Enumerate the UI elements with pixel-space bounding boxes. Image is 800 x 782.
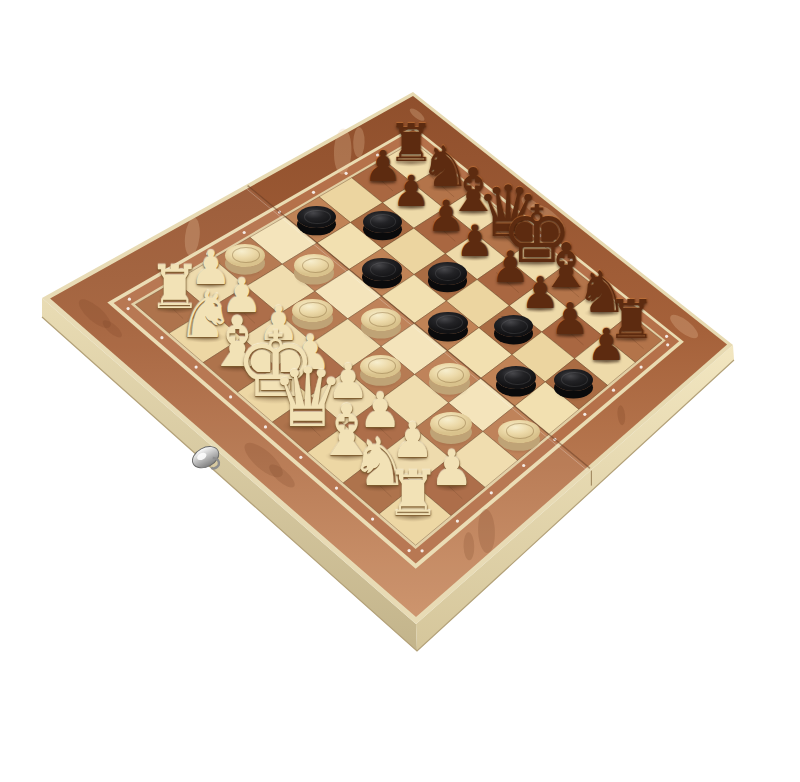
border-coordinate-mark — [312, 191, 315, 194]
border-coordinate-mark — [477, 185, 480, 188]
border-coordinate-mark — [406, 136, 409, 139]
border-coordinate-mark — [583, 413, 586, 416]
border-coordinate-mark — [447, 161, 450, 164]
border-coordinate-mark — [666, 343, 669, 346]
border-coordinate-mark — [640, 366, 643, 369]
border-coordinate-mark — [612, 389, 615, 392]
border-coordinate-mark — [665, 335, 668, 338]
border-coordinate-mark — [570, 259, 573, 262]
border-coordinate-mark — [345, 172, 348, 175]
border-coordinate-mark — [601, 284, 604, 287]
border-coordinate-mark — [633, 309, 636, 312]
border-coordinate-mark — [539, 234, 542, 237]
border-coordinate-mark — [417, 137, 420, 140]
border-coordinate-mark — [508, 209, 511, 212]
board-svg — [0, 0, 800, 782]
product-photo-chess-set: ♜♞♝♛♚♝♞♜♟♟♟♟♟♟♟♟♟♟♟♟♟♟♟♟♜♞♝♚♛♝♞♜ — [0, 0, 800, 782]
border-coordinate-mark — [376, 153, 379, 156]
